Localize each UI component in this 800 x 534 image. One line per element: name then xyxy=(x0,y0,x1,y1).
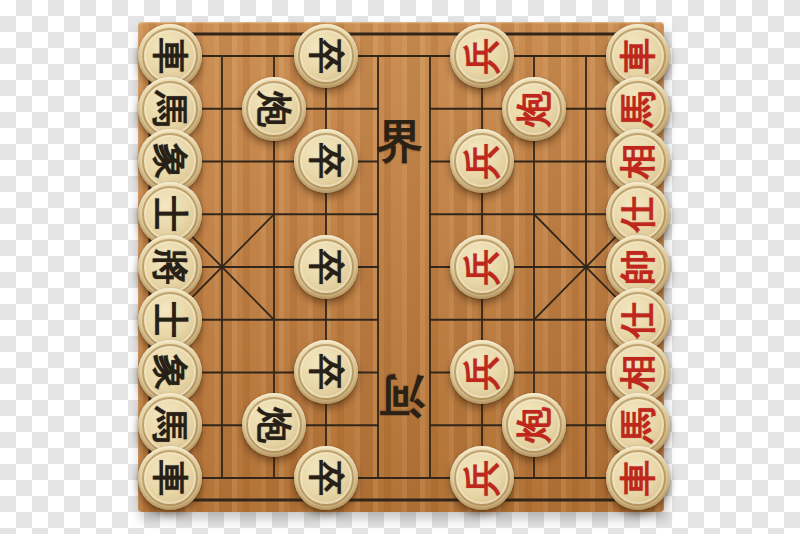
piece-character: 仕 xyxy=(620,196,656,232)
piece-black-soldier[interactable]: 卒 xyxy=(294,446,358,510)
piece-black-soldier[interactable]: 卒 xyxy=(294,129,358,193)
piece-character: 馬 xyxy=(152,407,188,443)
xiangqi-board: 界 河 車馬象士將士象馬車炮炮卒卒卒卒卒兵兵兵兵兵炮炮車馬相仕帥仕相馬車 xyxy=(138,22,664,512)
piece-red-soldier[interactable]: 兵 xyxy=(450,340,514,404)
piece-character: 兵 xyxy=(464,143,500,179)
piece-character: 車 xyxy=(152,460,188,496)
piece-black-chariot[interactable]: 車 xyxy=(138,446,202,510)
piece-red-cannon[interactable]: 炮 xyxy=(502,77,566,141)
piece-red-soldier[interactable]: 兵 xyxy=(450,235,514,299)
piece-red-soldier[interactable]: 兵 xyxy=(450,129,514,193)
piece-black-cannon[interactable]: 炮 xyxy=(242,77,306,141)
piece-character: 相 xyxy=(620,354,656,390)
piece-black-soldier[interactable]: 卒 xyxy=(294,24,358,88)
piece-character: 帥 xyxy=(620,249,656,285)
piece-character: 兵 xyxy=(464,354,500,390)
piece-character: 相 xyxy=(620,143,656,179)
transparent-checker-background: 界 河 車馬象士將士象馬車炮炮卒卒卒卒卒兵兵兵兵兵炮炮車馬相仕帥仕相馬車 xyxy=(0,0,800,534)
piece-character: 仕 xyxy=(620,302,656,338)
piece-character: 卒 xyxy=(308,354,344,390)
piece-character: 象 xyxy=(152,143,188,179)
piece-character: 車 xyxy=(152,38,188,74)
piece-black-soldier[interactable]: 卒 xyxy=(294,235,358,299)
piece-red-soldier[interactable]: 兵 xyxy=(450,446,514,510)
piece-character: 將 xyxy=(152,249,188,285)
piece-character: 兵 xyxy=(464,38,500,74)
piece-character: 卒 xyxy=(308,460,344,496)
piece-red-soldier[interactable]: 兵 xyxy=(450,24,514,88)
piece-character: 士 xyxy=(152,302,188,338)
piece-red-cannon[interactable]: 炮 xyxy=(502,393,566,457)
piece-character: 馬 xyxy=(620,91,656,127)
piece-character: 車 xyxy=(620,460,656,496)
piece-black-soldier[interactable]: 卒 xyxy=(294,340,358,404)
piece-character: 馬 xyxy=(152,91,188,127)
piece-character: 卒 xyxy=(308,38,344,74)
piece-red-chariot[interactable]: 車 xyxy=(606,446,670,510)
piece-character: 卒 xyxy=(308,249,344,285)
piece-character: 卒 xyxy=(308,143,344,179)
piece-character: 象 xyxy=(152,354,188,390)
piece-black-cannon[interactable]: 炮 xyxy=(242,393,306,457)
piece-character: 車 xyxy=(620,38,656,74)
pieces-layer: 車馬象士將士象馬車炮炮卒卒卒卒卒兵兵兵兵兵炮炮車馬相仕帥仕相馬車 xyxy=(144,30,664,505)
piece-character: 馬 xyxy=(620,407,656,443)
piece-character: 兵 xyxy=(464,249,500,285)
piece-character: 兵 xyxy=(464,460,500,496)
piece-character: 炮 xyxy=(516,91,552,127)
piece-character: 炮 xyxy=(256,407,292,443)
piece-character: 炮 xyxy=(256,91,292,127)
piece-character: 炮 xyxy=(516,407,552,443)
piece-character: 士 xyxy=(152,196,188,232)
